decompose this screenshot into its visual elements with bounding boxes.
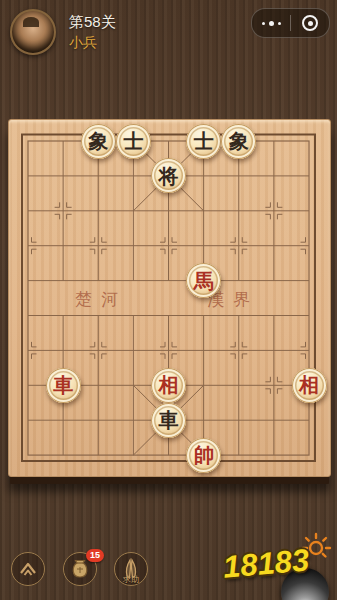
game-screen: 第58关 小兵 楚河 漢界 象士士象将馬車相相車帥 15: [0, 0, 337, 600]
piece-glyph: 車: [159, 410, 179, 430]
piece-glyph: 士: [194, 131, 214, 151]
piece-red-帥[interactable]: 帥: [186, 438, 221, 473]
coins-badge: 15: [86, 549, 104, 562]
piece-black-士[interactable]: 士: [186, 124, 221, 159]
piece-red-馬[interactable]: 馬: [186, 263, 221, 298]
piece-glyph: 相: [299, 375, 319, 395]
logo-text: 18183: [222, 542, 311, 585]
coins-button[interactable]: 15: [63, 552, 97, 586]
piece-glyph: 帥: [194, 445, 214, 465]
top-bar: 第58关 小兵: [0, 0, 337, 56]
river-label-left: 楚河: [66, 288, 136, 310]
more-menu-button[interactable]: [252, 21, 290, 26]
piece-red-車[interactable]: 車: [46, 368, 81, 403]
collapse-button[interactable]: [11, 552, 45, 586]
piece-glyph: 士: [123, 131, 143, 151]
piece-black-士[interactable]: 士: [116, 124, 151, 159]
chevron-up-icon: [15, 556, 41, 582]
piece-glyph: 将: [159, 166, 179, 186]
miniprogram-capsule: [251, 8, 330, 38]
piece-glyph: 象: [88, 131, 108, 151]
piece-red-相[interactable]: 相: [151, 368, 186, 403]
help-button[interactable]: 求助: [114, 552, 148, 586]
piece-glyph: 象: [229, 131, 249, 151]
piece-glyph: 車: [53, 375, 73, 395]
piece-glyph: 相: [159, 375, 179, 395]
close-icon: [302, 15, 318, 31]
piece-red-相[interactable]: 相: [292, 368, 327, 403]
close-button[interactable]: [291, 15, 329, 31]
help-label: 求助: [115, 574, 147, 585]
piece-black-象[interactable]: 象: [81, 124, 116, 159]
watermark-18183: 18183: [217, 528, 337, 600]
piece-glyph: 馬: [194, 271, 214, 291]
player-avatar[interactable]: [10, 9, 56, 55]
stage-label: 小兵: [69, 34, 97, 52]
piece-black-象[interactable]: 象: [221, 124, 256, 159]
level-label: 第58关: [69, 13, 116, 32]
piece-black-車[interactable]: 車: [151, 403, 186, 438]
